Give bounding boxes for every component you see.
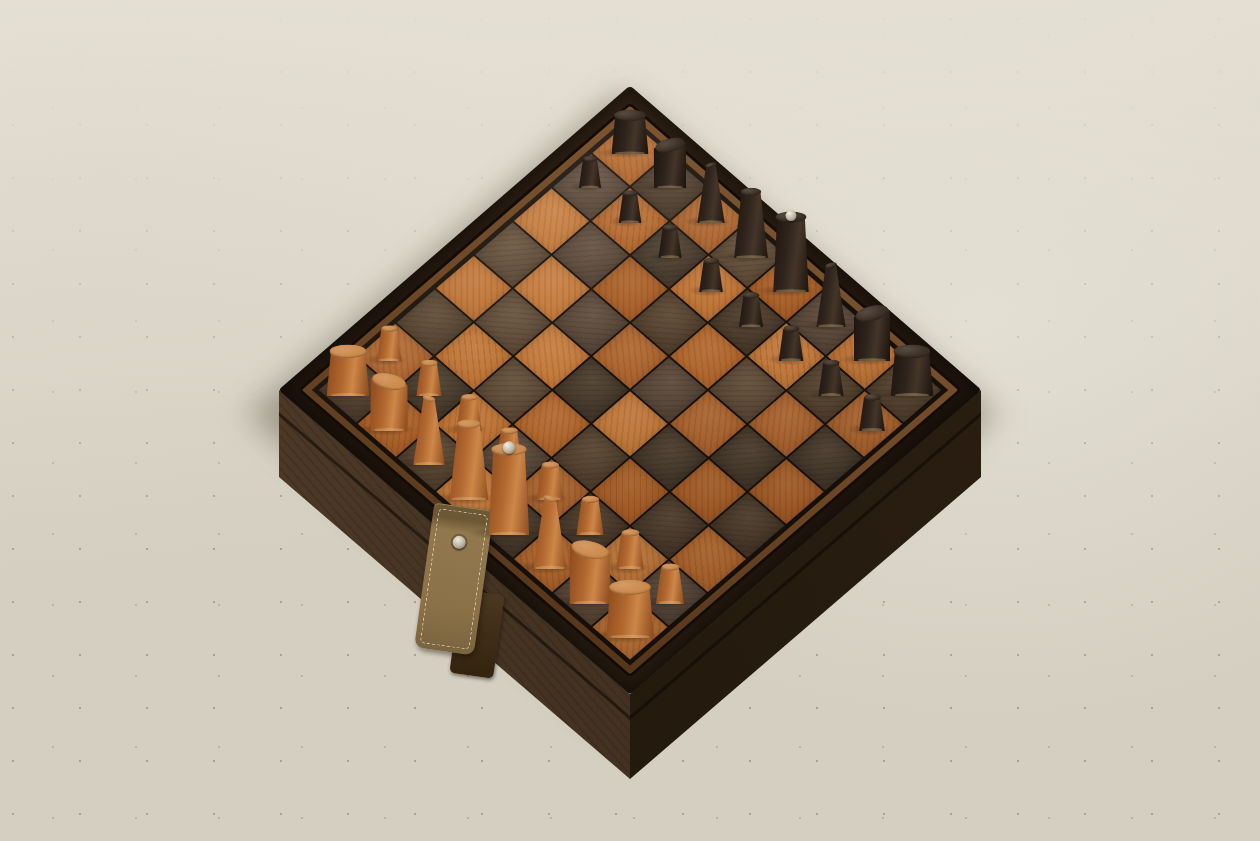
snap-button-icon: [452, 535, 467, 550]
photo-scene: [0, 0, 1260, 841]
